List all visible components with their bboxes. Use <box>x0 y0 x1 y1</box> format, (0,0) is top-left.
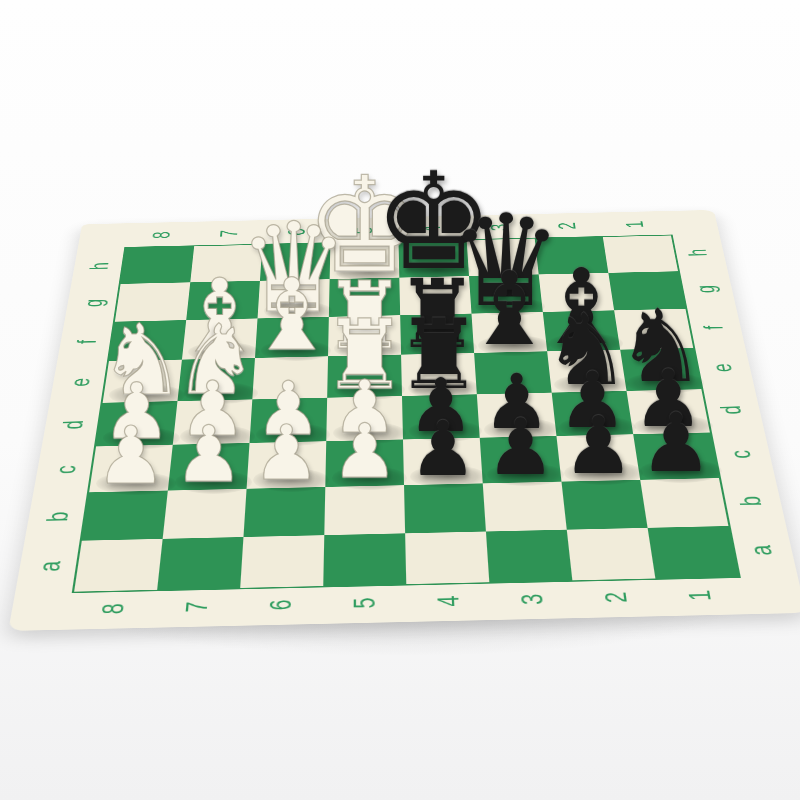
black-pawn-shadow <box>564 461 644 485</box>
black-rook-f4: ♜ <box>395 267 480 362</box>
white-knight-e7: ♞ <box>173 312 259 408</box>
black-pawn-c1: ♟ <box>640 402 713 483</box>
black-queen-shadow <box>475 297 545 317</box>
white-pawn-c5: ♟ <box>331 415 398 490</box>
white-pawn-shadow <box>103 427 180 450</box>
black-pawn-shadow <box>634 415 713 438</box>
white-bishop-f6: ♝ <box>248 266 337 365</box>
black-pawn-d3: ♟ <box>483 365 551 441</box>
white-pawn-d6: ♟ <box>255 372 321 446</box>
white-pawn-d8: ♟ <box>102 373 171 450</box>
black-rook-e4: ♜ <box>395 306 482 403</box>
white-pawn-c8: ♟ <box>95 416 166 495</box>
white-knight-shadow <box>184 382 258 404</box>
white-knight-e8: ♞ <box>98 311 186 409</box>
black-bishop-shadow <box>549 333 622 353</box>
white-bishop-f7: ♝ <box>174 266 265 367</box>
white-rook-f5: ♜ <box>323 269 407 362</box>
white-king-h5: ♚ <box>305 159 424 291</box>
black-king-shadow <box>404 261 471 280</box>
black-knight-shadow <box>627 372 704 393</box>
black-pawn-shadow <box>559 416 636 439</box>
black-bishop-f2: ♝ <box>535 256 628 360</box>
black-pawn-shadow <box>409 420 483 443</box>
white-king-shadow <box>336 263 402 282</box>
black-knight-e2: ♞ <box>543 301 631 399</box>
black-bishop-shadow <box>478 335 550 356</box>
white-bishop-shadow <box>261 340 331 361</box>
black-pawn-shadow <box>484 418 560 441</box>
black-pawn-d1: ♟ <box>633 359 704 438</box>
black-pawn-c4: ♟ <box>409 412 477 488</box>
black-rook-shadow <box>406 337 476 358</box>
black-pawn-shadow <box>410 465 486 489</box>
black-bishop-f3: ♝ <box>464 259 555 360</box>
white-rook-shadow <box>334 338 403 359</box>
white-queen-shadow <box>264 301 333 321</box>
white-bishop-shadow <box>188 342 260 363</box>
white-pawn-shadow <box>256 423 330 446</box>
black-pawn-c3: ♟ <box>486 409 556 487</box>
black-pawn-d2: ♟ <box>558 362 627 439</box>
white-pawn-shadow <box>333 422 406 445</box>
black-rook-shadow <box>408 377 480 399</box>
white-pawn-shadow <box>96 472 175 496</box>
black-pawn-shadow <box>640 459 721 483</box>
black-pawn-c2: ♟ <box>563 406 634 486</box>
black-knight-e1: ♞ <box>616 297 706 398</box>
white-pawn-shadow <box>175 470 253 494</box>
black-pawn-d4: ♟ <box>408 369 474 443</box>
black-king-h4: ♚ <box>374 156 494 290</box>
white-rook-shadow <box>334 379 405 401</box>
pieces-layer: ♚♛♝♝♜♜♞♞♟♟♟♟♟♟♟♟♚♛♜♜♝♝♞♞♟♟♟♟♟♟♟♟ <box>0 0 800 800</box>
white-knight-shadow <box>109 384 184 406</box>
black-pawn-shadow <box>487 463 565 487</box>
black-queen-g3: ♛ <box>449 198 563 325</box>
white-pawn-d7: ♟ <box>179 372 247 448</box>
white-pawn-shadow <box>253 468 329 492</box>
white-queen-g6: ♛ <box>238 206 349 330</box>
white-pawn-c6: ♟ <box>252 416 320 492</box>
black-knight-shadow <box>554 374 629 395</box>
white-pawn-shadow <box>332 466 407 490</box>
white-pawn-shadow <box>180 425 256 448</box>
white-pawn-d5: ♟ <box>332 371 397 444</box>
white-rook-e5: ♜ <box>322 308 408 404</box>
white-pawn-c7: ♟ <box>174 416 244 494</box>
chess-set-photo: 88hh77gg66ff55ee44dd33cc22bb11aa ♚♛♝♝♜♜♞… <box>0 0 800 800</box>
